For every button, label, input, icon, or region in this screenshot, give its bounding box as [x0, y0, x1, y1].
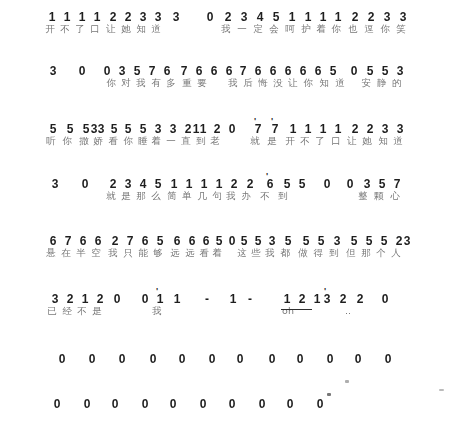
note: 5	[351, 235, 358, 247]
note: 1	[200, 123, 207, 135]
note: 2	[340, 293, 347, 305]
note: 2	[110, 11, 117, 23]
rest-note: 0	[170, 398, 177, 410]
octave-dot: '	[324, 288, 326, 294]
lyric: 老	[210, 136, 220, 146]
note: 3	[400, 11, 407, 23]
note: 3	[140, 11, 147, 23]
note: 7	[127, 235, 134, 247]
lyric: 几	[197, 191, 207, 201]
note: 2	[110, 178, 117, 190]
octave-dot: '	[271, 118, 273, 124]
lyric: 的	[392, 78, 402, 88]
note: 5	[157, 235, 164, 247]
note: 2	[97, 293, 104, 305]
lyric: 么	[151, 191, 161, 201]
lyric: 到	[278, 191, 288, 201]
rest-note: 0	[82, 178, 89, 190]
note: 5	[367, 65, 374, 77]
note: 2	[247, 178, 254, 190]
note: 3	[170, 123, 177, 135]
note: 2	[185, 123, 192, 135]
note: 6	[164, 65, 171, 77]
lyric: 开	[45, 24, 55, 34]
lyric: ..	[345, 306, 351, 316]
lyric: 不	[60, 24, 70, 34]
lyric: 我	[265, 248, 275, 258]
lyric: 是	[92, 306, 102, 316]
note: 5	[155, 178, 162, 190]
lyric: 整	[358, 191, 368, 201]
rest-note: 0	[207, 11, 214, 23]
lyric: 我	[226, 191, 236, 201]
note: 6	[142, 235, 149, 247]
note: 6	[203, 235, 210, 247]
lyric: 听	[46, 136, 56, 146]
note: 7	[65, 235, 72, 247]
lyric: 会	[269, 24, 279, 34]
lyric: oh	[282, 306, 294, 316]
note: 3	[173, 11, 180, 23]
note: 6	[196, 65, 203, 77]
note: 2	[112, 235, 119, 247]
note: 1	[49, 11, 56, 23]
lyric: 口	[331, 136, 341, 146]
lyric: 得	[313, 248, 323, 258]
note: 2	[367, 123, 374, 135]
lyric: 就	[250, 136, 260, 146]
note: 6	[174, 235, 181, 247]
lyric: 空	[91, 248, 101, 258]
lyric: 到	[196, 136, 206, 146]
lyric: 了	[75, 24, 85, 34]
note: 1	[305, 123, 312, 135]
rest-note: 0	[229, 398, 236, 410]
lyric: 她	[121, 24, 131, 34]
note: 3	[397, 65, 404, 77]
note: 5	[216, 235, 223, 247]
note: 3	[52, 178, 59, 190]
lyric: 你	[62, 136, 72, 146]
lyric: 不	[77, 306, 87, 316]
lyric: 道	[335, 78, 345, 88]
lyric: 那	[361, 248, 371, 258]
note: 5	[241, 235, 248, 247]
rest-note: 0	[79, 65, 86, 77]
rest-note: 0	[382, 293, 389, 305]
lyric: 人	[391, 248, 401, 258]
note: 2	[67, 293, 74, 305]
lyric: 安	[361, 78, 371, 88]
rest-note: 0	[114, 293, 121, 305]
note: 3	[52, 293, 59, 305]
rest-note: 0	[237, 353, 244, 365]
rest-note: 0	[150, 353, 157, 365]
note: 5	[134, 65, 141, 77]
lyric: 心	[390, 191, 400, 201]
rest-note: 0	[324, 178, 331, 190]
note: 3	[98, 123, 105, 135]
rest-note: 0	[104, 65, 111, 77]
rest-note: 0	[112, 398, 119, 410]
lyric: 让	[347, 136, 357, 146]
lyric: 我	[221, 24, 231, 34]
note: 7	[394, 178, 401, 190]
note: 5	[382, 65, 389, 77]
lyric: 开	[285, 136, 295, 146]
note: 6	[270, 65, 277, 77]
note: 3	[334, 235, 341, 247]
note: 3	[125, 178, 132, 190]
note: 6	[95, 235, 102, 247]
note: 3	[241, 11, 248, 23]
lyric: 在	[61, 248, 71, 258]
lyric: 远	[170, 248, 180, 258]
rest-note: 0	[355, 353, 362, 365]
note: 1	[82, 293, 89, 305]
note: 2	[352, 11, 359, 23]
note: 1	[284, 293, 291, 305]
note: 7	[181, 65, 188, 77]
note: 1	[171, 178, 178, 190]
rest-note: 0	[54, 398, 61, 410]
lyric: 让	[288, 78, 298, 88]
lyric: 重	[182, 78, 192, 88]
lyric: 经	[62, 306, 72, 316]
note: 2	[396, 235, 403, 247]
lyric: 那	[136, 191, 146, 201]
note: 4	[140, 178, 147, 190]
note: 5	[299, 178, 306, 190]
lyric: 一	[166, 136, 176, 146]
note: 1	[94, 11, 101, 23]
lyric: 知	[378, 136, 388, 146]
note: 7	[149, 65, 156, 77]
lyric: 撒	[79, 136, 89, 146]
note: 4	[257, 11, 264, 23]
note: 1	[174, 293, 181, 305]
note: 6	[189, 235, 196, 247]
note: 2	[225, 11, 232, 23]
lyric: 她	[362, 136, 372, 146]
rest-note: 0	[229, 235, 236, 247]
note: 1	[230, 293, 237, 305]
lyric: 做	[298, 248, 308, 258]
note: 3	[155, 11, 162, 23]
note: 6	[315, 65, 322, 77]
note: 5	[50, 123, 57, 135]
lyric: 了	[315, 136, 325, 146]
note: 5	[366, 235, 373, 247]
duration-dash: -	[248, 293, 252, 305]
smudge-mark	[439, 389, 444, 391]
lyric: 这	[237, 248, 247, 258]
note: 2	[125, 11, 132, 23]
lyric: 是	[267, 136, 277, 146]
rest-note: 0	[119, 353, 126, 365]
lyric: 睡	[138, 136, 148, 146]
lyric: 你	[123, 136, 133, 146]
note: 1	[79, 11, 86, 23]
lyric: 句	[212, 191, 222, 201]
note: 5	[303, 235, 310, 247]
sheet-music: 1111223330234511112233开不了口让她知道我一定会呵护着你也逗…	[0, 0, 450, 433]
lyric: 看	[199, 248, 209, 258]
lyric: 远	[185, 248, 195, 258]
lyric: 也	[348, 24, 358, 34]
note: 1	[305, 11, 312, 23]
lyric: 道	[151, 24, 161, 34]
note: 5	[318, 235, 325, 247]
note: 1	[314, 293, 321, 305]
note: 1	[201, 178, 208, 190]
note: 6	[80, 235, 87, 247]
lyric: 看	[108, 136, 118, 146]
lyric: 对	[121, 78, 131, 88]
lyric: 着	[316, 24, 326, 34]
lyric: 要	[197, 78, 207, 88]
lyric: 定	[253, 24, 263, 34]
note: 3	[397, 123, 404, 135]
note: 5	[273, 11, 280, 23]
lyric: 有	[151, 78, 161, 88]
lyric: 个	[376, 248, 386, 258]
lyric: 着	[212, 248, 222, 258]
note: 7	[240, 65, 247, 77]
note: 1	[335, 123, 342, 135]
octave-dot: '	[266, 173, 268, 179]
note: 1	[320, 11, 327, 23]
note: 3	[384, 11, 391, 23]
beam-line	[281, 309, 312, 310]
lyric: 我	[152, 306, 162, 316]
lyric: 到	[329, 248, 339, 258]
note: 5	[67, 123, 74, 135]
lyric: 已	[47, 306, 57, 316]
lyric: 你	[106, 78, 116, 88]
note: 5	[330, 65, 337, 77]
rest-note: 0	[351, 65, 358, 77]
note: 3	[91, 123, 98, 135]
lyric: 半	[76, 248, 86, 258]
note: 3	[382, 123, 389, 135]
lyric: 悬	[46, 248, 56, 258]
note: 3	[155, 123, 162, 135]
note: 5	[381, 235, 388, 247]
note: 6	[50, 235, 57, 247]
note: 6	[211, 65, 218, 77]
rest-note: 0	[385, 353, 392, 365]
note: 5	[140, 123, 147, 135]
note: 2	[214, 123, 221, 135]
duration-dash: -	[205, 293, 209, 305]
rest-note: 0	[59, 353, 66, 365]
lyric: 只	[123, 248, 133, 258]
rest-note: 0	[259, 398, 266, 410]
lyric: 着	[151, 136, 161, 146]
lyric: 没	[273, 78, 283, 88]
rest-note: 0	[142, 293, 149, 305]
note: 5	[111, 123, 118, 135]
lyric: 知	[136, 24, 146, 34]
lyric: 你	[303, 78, 313, 88]
lyric: 你	[380, 24, 390, 34]
note: 2	[231, 178, 238, 190]
lyric: 道	[393, 136, 403, 146]
note: 3	[119, 65, 126, 77]
note: 1	[193, 123, 200, 135]
lyric: 逗	[364, 24, 374, 34]
note: 5	[255, 235, 262, 247]
lyric: 悔	[258, 78, 268, 88]
lyric: 我	[136, 78, 146, 88]
lyric: 就	[106, 191, 116, 201]
note: 1	[216, 178, 223, 190]
lyric: 笑	[396, 24, 406, 34]
note: 3	[50, 65, 57, 77]
lyric: 能	[138, 248, 148, 258]
note: 1	[289, 11, 296, 23]
lyric: 不	[260, 191, 270, 201]
note: 2	[368, 11, 375, 23]
note: 6	[226, 65, 233, 77]
lyric: 你	[331, 24, 341, 34]
lyric: 一	[237, 24, 247, 34]
note: 5	[83, 123, 90, 135]
rest-note: 0	[84, 398, 91, 410]
rest-note: 0	[142, 398, 149, 410]
note: 6	[255, 65, 262, 77]
rest-note: 0	[269, 353, 276, 365]
lyric: 是	[121, 191, 131, 201]
smudge-mark	[327, 393, 331, 396]
note: 5	[284, 178, 291, 190]
lyric: 够	[153, 248, 163, 258]
lyric: 娇	[93, 136, 103, 146]
rest-note: 0	[347, 178, 354, 190]
lyric: 都	[280, 248, 290, 258]
smudge-mark	[345, 380, 349, 383]
note: 1	[64, 11, 71, 23]
lyric: 办	[241, 191, 251, 201]
lyric: 不	[300, 136, 310, 146]
lyric: 静	[377, 78, 387, 88]
note: 3	[269, 235, 276, 247]
note: 6	[300, 65, 307, 77]
note: 2	[352, 123, 359, 135]
lyric: 直	[181, 136, 191, 146]
rest-note: 0	[297, 353, 304, 365]
lyric: 知	[319, 78, 329, 88]
note: 2	[299, 293, 306, 305]
lyric: 些	[251, 248, 261, 258]
note: 1	[335, 11, 342, 23]
lyric: 单	[182, 191, 192, 201]
lyric: 简	[167, 191, 177, 201]
octave-dot: '	[156, 288, 158, 294]
lyric: 口	[90, 24, 100, 34]
note: 5	[285, 235, 292, 247]
lyric: 多	[166, 78, 176, 88]
rest-note: 0	[89, 353, 96, 365]
note: 5	[125, 123, 132, 135]
lyric: 后	[243, 78, 253, 88]
note: 2	[357, 293, 364, 305]
rest-note: 0	[200, 398, 207, 410]
note: 1	[186, 178, 193, 190]
lyric: 我	[108, 248, 118, 258]
rest-note: 0	[229, 123, 236, 135]
note: 1	[290, 123, 297, 135]
note: 1	[320, 123, 327, 135]
note: 6	[285, 65, 292, 77]
rest-note: 0	[179, 353, 186, 365]
lyric: 我	[228, 78, 238, 88]
octave-dot: '	[254, 118, 256, 124]
lyric: 颗	[374, 191, 384, 201]
lyric: 让	[106, 24, 116, 34]
lyric: 护	[301, 24, 311, 34]
rest-note: 0	[287, 398, 294, 410]
note: 3	[404, 235, 411, 247]
note: 3	[364, 178, 371, 190]
rest-note: 0	[327, 353, 334, 365]
note: 5	[379, 178, 386, 190]
lyric: 呵	[285, 24, 295, 34]
rest-note: 0	[317, 398, 324, 410]
rest-note: 0	[209, 353, 216, 365]
lyric: 但	[346, 248, 356, 258]
